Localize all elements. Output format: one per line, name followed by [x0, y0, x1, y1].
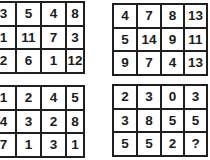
grid-cell-r1c2: 2 — [17, 87, 40, 109]
grid-cell-r2c1: 4 — [0, 111, 15, 133]
grid-cell-r1c4: 3 — [185, 86, 206, 108]
grid-cell-r3c3: 4 — [162, 52, 183, 74]
grid-cell-r3c2: 7 — [138, 52, 160, 74]
grid-top-right: 4781351491197413 — [112, 3, 208, 76]
grid-cell-r3c3: 1 — [42, 50, 65, 72]
grid-cell-r1c4: 8 — [67, 3, 83, 25]
grid-cell-r1c3: 4 — [42, 3, 65, 25]
grid-cell-r1c4: 13 — [185, 5, 206, 27]
missing-number-cell: ? — [185, 133, 206, 155]
grid-cell-r1c2: 5 — [17, 3, 40, 25]
grid-cell-r2c2: 3 — [17, 111, 40, 133]
grid-cell-r2c4: 8 — [67, 111, 83, 133]
grid-cell-r3c1: 9 — [114, 52, 136, 74]
grid-cell-r1c3: 0 — [162, 86, 183, 108]
grid-cell-r2c1: 1 — [0, 27, 15, 49]
grid-cell-r3c3: 3 — [42, 134, 65, 156]
grid-cell-r2c3: 7 — [42, 27, 65, 49]
grid-cell-r3c4: 12 — [67, 50, 83, 72]
grid-cell-r3c2: 1 — [17, 134, 40, 156]
puzzle-board: 35481117326112 4781351491197413 12454328… — [0, 0, 210, 160]
grid-bottom-left: 124543287131 — [0, 85, 85, 158]
grid-cell-r3c3: 2 — [162, 133, 183, 155]
grid-cell-r1c3: 8 — [162, 5, 183, 27]
grid-cell-r2c4: 11 — [185, 29, 206, 51]
grid-bottom-right: 23033855552? — [112, 84, 208, 157]
grid-cell-r3c1: 5 — [114, 133, 136, 155]
grid-cell-r1c1: 4 — [114, 5, 136, 27]
grid-cell-r1c1: 1 — [0, 87, 15, 109]
grid-cell-r2c3: 9 — [162, 29, 183, 51]
grid-cell-r2c2: 11 — [17, 27, 40, 49]
grid-cell-r2c1: 3 — [114, 110, 136, 132]
grid-cell-r2c1: 5 — [114, 29, 136, 51]
grid-top-left: 35481117326112 — [0, 1, 85, 74]
grid-cell-r1c2: 7 — [138, 5, 160, 27]
grid-cell-r3c4: 1 — [67, 134, 83, 156]
grid-cell-r3c4: 13 — [185, 52, 206, 74]
grid-cell-r2c3: 2 — [42, 111, 65, 133]
grid-cell-r2c2: 14 — [138, 29, 160, 51]
grid-cell-r2c3: 5 — [162, 110, 183, 132]
grid-cell-r1c1: 2 — [114, 86, 136, 108]
grid-cell-r1c2: 3 — [138, 86, 160, 108]
grid-cell-r2c4: 3 — [67, 27, 83, 49]
grid-cell-r1c1: 3 — [0, 3, 15, 25]
grid-cell-r3c2: 6 — [17, 50, 40, 72]
grid-cell-r1c4: 5 — [67, 87, 83, 109]
grid-cell-r3c1: 7 — [0, 134, 15, 156]
grid-cell-r2c4: 5 — [185, 110, 206, 132]
grid-cell-r1c3: 4 — [42, 87, 65, 109]
grid-cell-r3c2: 5 — [138, 133, 160, 155]
grid-cell-r3c1: 2 — [0, 50, 15, 72]
grid-cell-r2c2: 8 — [138, 110, 160, 132]
